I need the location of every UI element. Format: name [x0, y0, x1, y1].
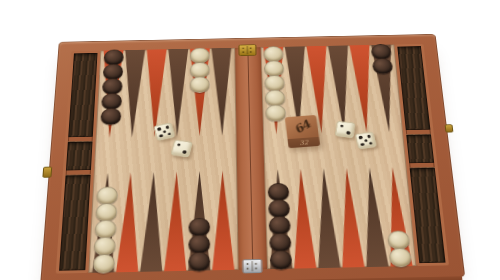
die-pip — [167, 132, 171, 136]
case-front-edge — [43, 276, 464, 280]
die-pip — [346, 132, 350, 135]
die-5[interactable] — [153, 122, 175, 141]
point-bottom_left-1[interactable] — [91, 173, 118, 273]
doubling-cube-value: 64 — [291, 119, 312, 136]
tray-well-bottom-right[interactable] — [410, 167, 446, 263]
bottom-hinge-icon — [242, 259, 262, 273]
doubling-cube-front-face: 32 — [287, 137, 320, 149]
point-triangle — [164, 171, 188, 271]
die-pip — [177, 143, 181, 146]
point-top_left-5[interactable] — [189, 48, 211, 136]
doubling-cube-front-value: 32 — [299, 139, 309, 146]
die-2[interactable] — [171, 139, 193, 157]
quadrant-bottom-left — [91, 170, 235, 272]
board-right-half: 64 32 — [260, 44, 416, 269]
die-pip — [183, 150, 187, 153]
tray-well-mid-left[interactable] — [66, 141, 93, 171]
point-bottom_left-6[interactable] — [211, 170, 234, 270]
quadrant-bottom-right — [267, 167, 414, 269]
top-hinge-icon — [238, 44, 256, 56]
photo-backdrop: 64 32 — [0, 0, 500, 280]
die-5[interactable] — [354, 131, 376, 149]
checker-light[interactable] — [190, 76, 210, 93]
point-top_left-1[interactable] — [99, 50, 124, 138]
quadrant-top-right — [263, 45, 400, 135]
right-latch-icon — [445, 124, 454, 132]
point-bottom_left-5[interactable] — [188, 171, 211, 271]
board-perspective-wrapper: 64 32 — [40, 34, 465, 280]
point-triangle — [211, 48, 233, 136]
point-top_right-1[interactable] — [263, 47, 287, 135]
tray-well-bottom-left[interactable] — [59, 174, 91, 271]
point-bottom_left-2[interactable] — [116, 172, 142, 272]
checker-light[interactable] — [265, 105, 286, 122]
point-triangle — [140, 172, 165, 272]
die-2[interactable] — [334, 121, 355, 139]
left-latch-icon — [42, 166, 52, 177]
die-pip — [358, 136, 362, 139]
backgammon-board: 64 32 — [40, 34, 465, 280]
point-bottom_left-4[interactable] — [164, 171, 188, 271]
doubling-cube[interactable]: 64 32 — [285, 115, 320, 148]
die-pip — [368, 141, 372, 144]
point-triangle — [211, 170, 234, 270]
die-pip — [162, 130, 166, 134]
doubling-cube-top-face: 64 — [285, 115, 319, 139]
die-pip — [159, 134, 163, 138]
die-pip — [157, 127, 161, 130]
point-triangle — [121, 50, 145, 138]
board-left-half — [88, 48, 238, 273]
tray-well-top-left[interactable] — [68, 53, 97, 137]
die-pip — [165, 126, 169, 129]
tray-well-mid-right[interactable] — [406, 134, 434, 164]
point-top_left-2[interactable] — [121, 50, 145, 138]
die-pip — [366, 135, 370, 138]
point-bottom_left-3[interactable] — [140, 172, 165, 272]
point-bottom_right-1[interactable] — [267, 169, 293, 269]
die-pip — [340, 125, 344, 128]
point-triangle — [116, 172, 142, 272]
tray-well-top-right[interactable] — [397, 46, 430, 130]
die-pip — [360, 142, 364, 145]
point-top_left-6[interactable] — [211, 48, 233, 136]
die-pip — [363, 139, 367, 142]
checker-dark[interactable] — [100, 108, 121, 125]
